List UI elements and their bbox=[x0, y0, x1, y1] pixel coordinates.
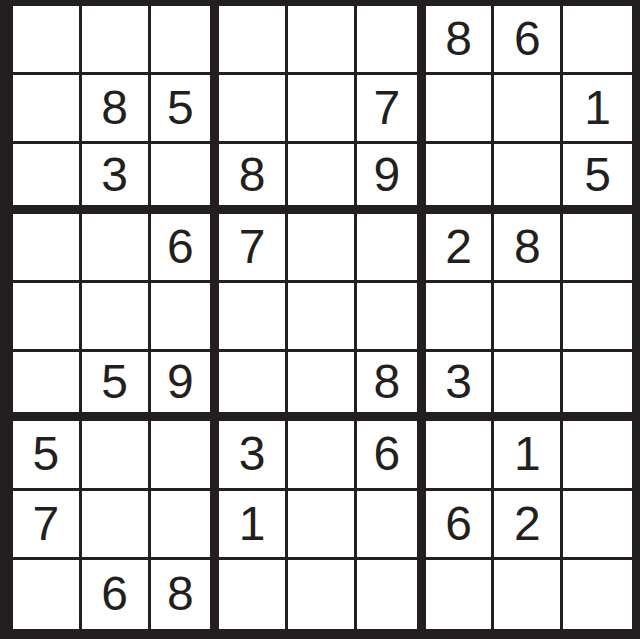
cell-r4c1[interactable] bbox=[13, 214, 82, 283]
cell-r8c2[interactable] bbox=[82, 491, 151, 560]
cell-r6c7[interactable]: 3 bbox=[426, 352, 495, 421]
cell-r6c6[interactable]: 8 bbox=[357, 352, 426, 421]
cell-r3c2[interactable]: 3 bbox=[82, 144, 151, 213]
cell-r9c6[interactable] bbox=[357, 560, 426, 629]
cell-r3c7[interactable] bbox=[426, 144, 495, 213]
cell-r1c4[interactable] bbox=[219, 6, 288, 75]
cell-r1c2[interactable] bbox=[82, 6, 151, 75]
cell-r2c1[interactable] bbox=[13, 75, 82, 144]
cell-r9c2[interactable]: 6 bbox=[82, 560, 151, 629]
cell-r9c4[interactable] bbox=[219, 560, 288, 629]
cell-r5c6[interactable] bbox=[357, 283, 426, 352]
cell-r5c5[interactable] bbox=[288, 283, 357, 352]
cell-r6c8[interactable] bbox=[494, 352, 563, 421]
cell-r2c2[interactable]: 8 bbox=[82, 75, 151, 144]
cell-r2c5[interactable] bbox=[288, 75, 357, 144]
cell-r3c1[interactable] bbox=[13, 144, 82, 213]
cell-r5c7[interactable] bbox=[426, 283, 495, 352]
cell-r7c4[interactable]: 3 bbox=[219, 421, 288, 490]
cell-r1c8[interactable]: 6 bbox=[494, 6, 563, 75]
cell-r4c8[interactable]: 8 bbox=[494, 214, 563, 283]
cell-r7c1[interactable]: 5 bbox=[13, 421, 82, 490]
cell-r4c3[interactable]: 6 bbox=[151, 214, 220, 283]
cell-r2c3[interactable]: 5 bbox=[151, 75, 220, 144]
cell-r5c3[interactable] bbox=[151, 283, 220, 352]
cell-r7c9[interactable] bbox=[563, 421, 632, 490]
cell-r6c9[interactable] bbox=[563, 352, 632, 421]
cell-r9c9[interactable] bbox=[563, 560, 632, 629]
cell-r3c3[interactable] bbox=[151, 144, 220, 213]
cell-r8c6[interactable] bbox=[357, 491, 426, 560]
cell-r2c9[interactable]: 1 bbox=[563, 75, 632, 144]
cell-r2c4[interactable] bbox=[219, 75, 288, 144]
cell-r6c4[interactable] bbox=[219, 352, 288, 421]
cell-r5c4[interactable] bbox=[219, 283, 288, 352]
cell-r9c3[interactable]: 8 bbox=[151, 560, 220, 629]
cell-r6c2[interactable]: 5 bbox=[82, 352, 151, 421]
cell-r9c7[interactable] bbox=[426, 560, 495, 629]
cell-r8c1[interactable]: 7 bbox=[13, 491, 82, 560]
cell-r2c7[interactable] bbox=[426, 75, 495, 144]
cell-r2c6[interactable]: 7 bbox=[357, 75, 426, 144]
cell-r7c8[interactable]: 1 bbox=[494, 421, 563, 490]
cell-r6c3[interactable]: 9 bbox=[151, 352, 220, 421]
cell-r3c9[interactable]: 5 bbox=[563, 144, 632, 213]
cell-r8c4[interactable]: 1 bbox=[219, 491, 288, 560]
cell-r8c7[interactable]: 6 bbox=[426, 491, 495, 560]
sudoku-board: 8685713895672859835361716268 bbox=[0, 0, 640, 639]
cell-r7c6[interactable]: 6 bbox=[357, 421, 426, 490]
cell-r7c5[interactable] bbox=[288, 421, 357, 490]
cell-r6c1[interactable] bbox=[13, 352, 82, 421]
cell-r4c6[interactable] bbox=[357, 214, 426, 283]
cell-r1c6[interactable] bbox=[357, 6, 426, 75]
cell-r9c1[interactable] bbox=[13, 560, 82, 629]
cell-r4c7[interactable]: 2 bbox=[426, 214, 495, 283]
cell-r1c3[interactable] bbox=[151, 6, 220, 75]
cell-r3c6[interactable]: 9 bbox=[357, 144, 426, 213]
cell-r6c5[interactable] bbox=[288, 352, 357, 421]
cell-r9c8[interactable] bbox=[494, 560, 563, 629]
cell-r2c8[interactable] bbox=[494, 75, 563, 144]
cell-r4c4[interactable]: 7 bbox=[219, 214, 288, 283]
cell-r1c5[interactable] bbox=[288, 6, 357, 75]
cell-r9c5[interactable] bbox=[288, 560, 357, 629]
cell-r8c3[interactable] bbox=[151, 491, 220, 560]
cell-r8c8[interactable]: 2 bbox=[494, 491, 563, 560]
cell-r4c2[interactable] bbox=[82, 214, 151, 283]
cell-r5c2[interactable] bbox=[82, 283, 151, 352]
cell-r7c7[interactable] bbox=[426, 421, 495, 490]
cell-r7c2[interactable] bbox=[82, 421, 151, 490]
cell-r7c3[interactable] bbox=[151, 421, 220, 490]
cell-r3c8[interactable] bbox=[494, 144, 563, 213]
cell-r8c9[interactable] bbox=[563, 491, 632, 560]
cell-r4c9[interactable] bbox=[563, 214, 632, 283]
cell-r3c4[interactable]: 8 bbox=[219, 144, 288, 213]
cell-r8c5[interactable] bbox=[288, 491, 357, 560]
cell-r1c1[interactable] bbox=[13, 6, 82, 75]
cell-r5c8[interactable] bbox=[494, 283, 563, 352]
cell-r1c7[interactable]: 8 bbox=[426, 6, 495, 75]
cell-r5c9[interactable] bbox=[563, 283, 632, 352]
cell-r4c5[interactable] bbox=[288, 214, 357, 283]
cell-r5c1[interactable] bbox=[13, 283, 82, 352]
cell-r3c5[interactable] bbox=[288, 144, 357, 213]
cell-r1c9[interactable] bbox=[563, 6, 632, 75]
